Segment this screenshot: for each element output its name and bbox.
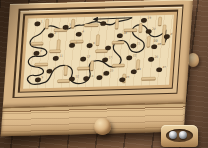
wall-shadow: [64, 74, 67, 75]
wall: [138, 23, 142, 32]
hole: [145, 29, 151, 34]
hole: [75, 31, 81, 36]
start-arrow: [93, 17, 131, 18]
finish-number: 50: [153, 38, 157, 42]
hole: [148, 57, 154, 62]
hole: [33, 50, 39, 55]
hole: [105, 45, 111, 50]
hole-number: 12: [75, 74, 79, 78]
hole-number: 17: [108, 55, 112, 59]
hole: [46, 68, 52, 73]
hole-number: 5: [106, 18, 108, 22]
frame-gap-outer: 1234567891011121314151617181920212223242…: [12, 4, 183, 98]
hole-number: 8: [39, 48, 41, 52]
hole: [69, 43, 75, 48]
hole: [140, 18, 146, 23]
wall: [63, 65, 67, 75]
wall-shadow: [122, 82, 125, 83]
gimbal-frame: 1234567891011121314151617181920212223242…: [14, 6, 182, 96]
frame-gap-inner: 1234567891011121314151617181920212223242…: [18, 10, 178, 93]
hole-number: 1: [40, 19, 42, 23]
hole: [116, 33, 122, 38]
hole-number: 9: [41, 75, 43, 79]
hole-number: 2: [54, 30, 56, 34]
wall: [158, 17, 162, 26]
wall-shadow: [147, 46, 150, 47]
wall: [45, 18, 49, 28]
hole-number: 10: [52, 66, 56, 70]
hole: [34, 21, 40, 26]
hole-number: 26: [154, 54, 158, 58]
hole-number: 4: [82, 29, 84, 33]
outer-frame: 1234567891011121314151617181920212223242…: [3, 0, 193, 107]
hole: [119, 77, 125, 82]
maze-board: 1234567891011121314151617181920212223242…: [23, 14, 174, 88]
hole-number: 23: [125, 75, 129, 79]
hole: [103, 70, 109, 75]
hole-number: 25: [109, 68, 113, 72]
inner-frame: 1234567891011121314151617181920212223242…: [19, 11, 176, 91]
hole: [96, 75, 102, 80]
hole: [151, 44, 157, 49]
hole: [68, 76, 74, 81]
wall-shadow: [158, 25, 161, 26]
hole-number: 27: [162, 64, 166, 68]
wall: [71, 19, 75, 28]
wall: [115, 19, 119, 29]
hole-number: 20: [152, 26, 156, 30]
hole-number: 16: [111, 43, 115, 47]
wall: [95, 34, 99, 45]
hole-number: 22: [132, 53, 136, 57]
wall: [146, 36, 150, 47]
hole: [83, 76, 89, 81]
wall-shadow: [71, 27, 74, 28]
wall-shadow: [115, 28, 118, 29]
hole-number: 6: [92, 40, 94, 44]
hole-number: 28: [157, 41, 161, 45]
scene: 1234567891011121314151617181920212223242…: [0, 0, 208, 148]
labyrinth-box: 1234567891011121314151617181920212223242…: [1, 0, 193, 136]
hole: [102, 57, 108, 62]
hole: [52, 56, 58, 61]
hole: [80, 56, 86, 61]
hole-number: 19: [147, 15, 151, 19]
hole-number: 24: [137, 67, 141, 71]
hole: [34, 77, 40, 82]
wall: [56, 39, 60, 50]
hole: [100, 21, 106, 26]
box-front-panel: [1, 102, 186, 136]
maze-field: 1234567891011121314151617181920212223242…: [23, 14, 174, 88]
front-tilt-knob[interactable]: [94, 118, 111, 135]
hole-number: 7: [75, 40, 77, 44]
hole: [130, 69, 136, 74]
tray-recess: [166, 129, 193, 142]
wall-shadow: [90, 70, 93, 71]
hole-number: 11: [59, 53, 63, 57]
hole: [47, 33, 53, 38]
hole-number: 13: [86, 54, 90, 58]
wall-shadow: [96, 44, 99, 45]
wall: [90, 60, 94, 70]
hole: [130, 43, 136, 48]
hole-number: 3: [69, 22, 71, 26]
wall-shadow: [139, 31, 142, 32]
hole: [86, 43, 92, 48]
hole-number: 29: [170, 31, 174, 35]
hole: [163, 34, 169, 39]
hole: [126, 55, 132, 60]
hole: [156, 67, 162, 72]
hole-number: 18: [123, 30, 127, 34]
hole-number: 14: [89, 73, 93, 77]
marble-tray: [161, 125, 198, 147]
hole: [62, 24, 68, 29]
hole-number: 21: [136, 41, 140, 45]
wall-shadow: [162, 44, 165, 45]
wall-shadow: [45, 28, 48, 29]
steel-marble[interactable]: [179, 131, 187, 139]
steel-marble[interactable]: [169, 131, 177, 139]
